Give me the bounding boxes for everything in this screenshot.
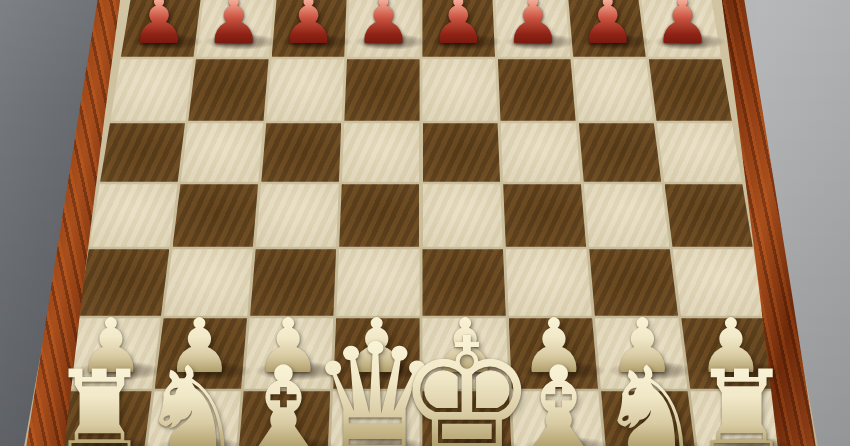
square-e5[interactable] <box>423 123 500 182</box>
piece-white-knight-g1[interactable]: ♞ <box>599 351 703 446</box>
square-b5[interactable] <box>181 123 263 182</box>
square-g6[interactable] <box>573 59 653 121</box>
piece-black-pawn-c7[interactable]: ♟ <box>280 0 337 54</box>
square-h6[interactable] <box>649 59 732 121</box>
square-e4[interactable] <box>423 184 503 247</box>
square-h5[interactable] <box>657 123 742 182</box>
square-a6[interactable] <box>110 59 193 121</box>
square-e6[interactable] <box>422 59 497 121</box>
square-f6[interactable] <box>498 59 576 121</box>
piece-black-pawn-g7[interactable]: ♟ <box>580 0 637 54</box>
square-c4[interactable] <box>256 184 339 247</box>
square-g5[interactable] <box>579 123 661 182</box>
piece-black-pawn-a7[interactable]: ♟ <box>131 0 188 54</box>
piece-white-knight-b1[interactable]: ♞ <box>140 351 244 446</box>
square-d4[interactable] <box>339 184 419 247</box>
square-f4[interactable] <box>503 184 586 247</box>
piece-white-rook-h1[interactable]: ♜ <box>693 356 792 446</box>
square-b6[interactable] <box>188 59 268 121</box>
square-f5[interactable] <box>501 123 581 182</box>
square-c5[interactable] <box>261 123 341 182</box>
square-g4[interactable] <box>584 184 670 247</box>
square-b4[interactable] <box>173 184 259 247</box>
piece-black-pawn-h7[interactable]: ♟ <box>654 0 711 54</box>
square-a4[interactable] <box>89 184 177 247</box>
piece-black-pawn-d7[interactable]: ♟ <box>355 0 412 54</box>
piece-black-pawn-e7[interactable]: ♟ <box>430 0 487 54</box>
piece-black-pawn-f7[interactable]: ♟ <box>505 0 562 54</box>
square-c6[interactable] <box>266 59 344 121</box>
piece-white-rook-a1[interactable]: ♜ <box>50 356 149 446</box>
piece-black-pawn-b7[interactable]: ♟ <box>206 0 263 54</box>
square-h4[interactable] <box>665 184 753 247</box>
chess-app-window: ♜♞♝♛♚♝♞♜♟♟♟♟♟♟♟♟♟♟♟♟♟♟♟♟♜♞♝♛♚♝♞♜ <box>0 0 850 446</box>
piece-white-bishop-f1[interactable]: ♝ <box>507 351 611 446</box>
square-d6[interactable] <box>344 59 419 121</box>
square-d5[interactable] <box>342 123 419 182</box>
square-a5[interactable] <box>100 123 185 182</box>
